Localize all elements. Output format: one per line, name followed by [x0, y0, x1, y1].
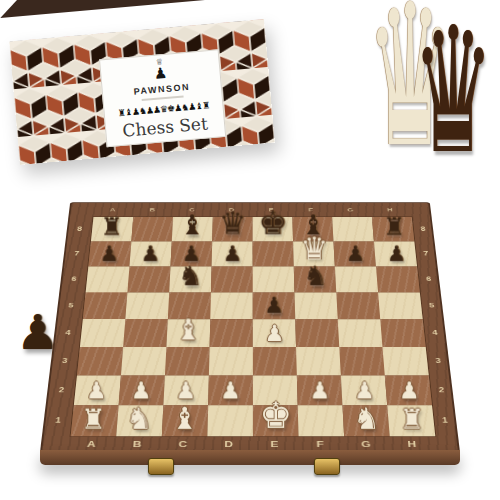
box-title: Chess Set: [122, 113, 209, 140]
square-e7: [253, 241, 294, 266]
square-g3: [339, 347, 385, 376]
square-a1: ♜: [71, 405, 119, 436]
board-squares: ♜♝♛♚♝♜♟♟♟♟♛♟♟♞♞♟♝♟♟♟♟♟♟♟♟♜♞♝♚♞♜: [70, 217, 437, 437]
square-f2: ♟: [297, 376, 343, 406]
rank-label-8: 8: [67, 217, 92, 241]
square-d8: ♛: [212, 217, 252, 241]
file-label-top-F: F: [291, 203, 331, 216]
square-d7: ♟: [212, 241, 253, 266]
piece-wP-h2: ♟: [387, 379, 432, 402]
square-f5: [295, 292, 338, 319]
square-d4: [210, 319, 253, 347]
square-h2: ♟: [385, 376, 432, 406]
rank-label-2: 2: [48, 375, 76, 405]
piece-bP-e5: ♟: [253, 295, 295, 317]
board-frame: ABCDEFGH ABCDEFGH 87654321 87654321 ♜♝♛♚…: [40, 202, 460, 452]
piece-wN-g1: ♞: [344, 404, 390, 434]
square-h8: ♜: [372, 217, 414, 241]
box-label: ♕ ♟ PAWNSON ♜♝♟♞♟♟♛♚♟♞♟♝♜ Chess Set: [99, 49, 226, 147]
square-a5: [83, 292, 128, 319]
brass-latch-right: [314, 458, 340, 475]
piece-wP-d2: ♟: [208, 379, 253, 402]
square-a8: ♜: [91, 217, 133, 241]
square-e5: ♟: [253, 292, 296, 319]
square-b6: [127, 266, 170, 292]
piece-wP-a2: ♟: [74, 379, 119, 402]
square-f3: [296, 347, 341, 376]
file-label-top-G: G: [331, 203, 371, 216]
piece-wP-g2: ♟: [342, 379, 387, 402]
square-b4: [123, 319, 168, 347]
square-g7: ♟: [333, 241, 375, 266]
square-b1: ♞: [116, 405, 163, 436]
square-b8: [131, 217, 173, 241]
piece-bN-f6: ♞: [294, 263, 336, 290]
file-label-top-E: E: [252, 203, 292, 216]
piece-wP-e4: ♟: [253, 322, 296, 345]
square-c8: ♝: [172, 217, 213, 241]
piece-bP-b7: ♟: [130, 243, 171, 264]
square-c6: ♞: [169, 266, 211, 292]
square-e6: [253, 266, 295, 292]
square-c1: ♝: [162, 405, 208, 436]
square-d3: [209, 347, 253, 376]
square-g6: [335, 266, 378, 292]
brand-subline: [142, 95, 184, 101]
square-c4: ♝: [166, 319, 210, 347]
square-b3: [121, 347, 166, 376]
rank-label-1: 1: [44, 405, 73, 436]
square-f6: ♞: [294, 266, 337, 292]
piece-bR-a8: ♜: [91, 215, 131, 240]
piece-wP-f2: ♟: [298, 379, 343, 402]
logo-pawn-icon: ♟: [153, 67, 168, 81]
piece-wK-e1: ♚: [253, 397, 299, 434]
file-labels-top: ABCDEFGH: [93, 203, 411, 216]
square-f4: [295, 319, 339, 347]
piece-bP-h7: ♟: [376, 243, 417, 264]
square-d1: [207, 405, 253, 436]
square-e8: ♚: [253, 217, 293, 241]
file-label-top-B: B: [132, 203, 172, 216]
square-h1: ♜: [387, 405, 435, 436]
square-h3: [382, 347, 428, 376]
file-label-top-C: C: [172, 203, 212, 216]
rank-label-4: 4: [55, 319, 82, 347]
square-e1: ♚: [253, 405, 299, 436]
piece-wB-c4: ♝: [167, 315, 210, 344]
square-a3: [77, 347, 123, 376]
square-e4: ♟: [253, 319, 296, 347]
square-a7: ♟: [88, 241, 131, 266]
square-g8: [332, 217, 374, 241]
chess-set-box: ♕ ♟ PAWNSON ♜♝♟♞♟♟♛♚♟♞♟♝♜ Chess Set: [9, 19, 275, 165]
square-b5: [125, 292, 169, 319]
brass-latch-left: [148, 458, 174, 475]
rank-label-6: 6: [61, 266, 87, 292]
rank-label-5: 5: [58, 292, 85, 319]
square-h4: [380, 319, 425, 347]
rank-label-7: 7: [64, 241, 90, 266]
square-f1: [298, 405, 344, 436]
piece-wN-b1: ♞: [116, 404, 162, 434]
square-d6: [211, 266, 253, 292]
piece-bP-a7: ♟: [89, 243, 130, 264]
piece-wR-h1: ♜: [389, 406, 435, 434]
square-h7: ♟: [374, 241, 417, 266]
box-lid-top-face: [0, 0, 271, 18]
piece-bR-h8: ♜: [374, 215, 414, 240]
square-g4: [338, 319, 383, 347]
piece-bP-g7: ♟: [335, 243, 376, 264]
square-a6: [86, 266, 130, 292]
square-d5: [210, 292, 252, 319]
piece-wR-a1: ♜: [71, 406, 117, 434]
square-a4: [80, 319, 125, 347]
square-a2: ♟: [74, 376, 121, 406]
piece-wB-c1: ♝: [162, 403, 208, 434]
square-d2: ♟: [208, 376, 253, 406]
square-g1: ♞: [342, 405, 389, 436]
piece-wP-b2: ♟: [119, 379, 164, 402]
piece-bN-c6: ♞: [169, 263, 211, 290]
display-dark-queen: ♛: [412, 4, 493, 178]
brand-name: PAWNSON: [133, 82, 190, 97]
product-photo-chess-set: ♕ ♟ PAWNSON ♜♝♟♞♟♟♛♚♟♞♟♝♜ Chess Set ♛ ♛ …: [0, 0, 500, 500]
rank-label-3: 3: [51, 346, 79, 375]
square-c3: [165, 347, 210, 376]
file-label-top-A: A: [93, 203, 134, 216]
square-b7: ♟: [129, 241, 171, 266]
square-g5: [336, 292, 380, 319]
square-h5: [378, 292, 423, 319]
piece-bP-d7: ♟: [212, 243, 253, 264]
chess-board: ABCDEFGH ABCDEFGH 87654321 87654321 ♜♝♛♚…: [40, 202, 460, 452]
square-e3: [253, 347, 297, 376]
board-front-edge: [40, 450, 460, 465]
file-label-top-D: D: [212, 203, 252, 216]
file-label-top-H: H: [370, 203, 411, 216]
square-h6: [376, 266, 420, 292]
